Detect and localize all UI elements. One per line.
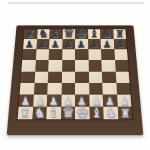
square-b1[interactable]: ♞ [32,107,47,120]
square-g6[interactable] [101,50,115,61]
square-g7[interactable]: ♟ [101,39,114,49]
square-b4[interactable] [34,71,48,82]
square-a4[interactable] [20,71,34,82]
square-h4[interactable] [115,71,129,82]
square-d7[interactable]: ♟ [62,39,75,49]
square-d5[interactable] [62,60,75,71]
square-h5[interactable] [115,60,129,71]
square-e7[interactable]: ♟ [75,39,88,49]
square-g1[interactable]: ♞ [103,107,118,120]
square-f6[interactable] [88,50,101,61]
square-g4[interactable] [102,71,116,82]
square-c5[interactable] [48,60,62,71]
background-wall-edge [8,2,144,4]
square-f1[interactable]: ♝ [89,107,104,120]
square-f7[interactable]: ♟ [88,39,101,49]
square-e5[interactable] [75,60,88,71]
board-grid: ♜♞♝♛♚♝♞♜♟♟♟♟♟♟♟♟♟♟♟♟♟♟♟♟♜♞♝♛♚♝♞♜ [16,28,133,120]
piece-white-bishop[interactable]: ♝ [46,105,60,119]
square-b6[interactable] [35,50,49,61]
piece-white-queen[interactable]: ♛ [61,105,75,119]
piece-black-pawn[interactable]: ♟ [36,37,49,49]
square-h1[interactable]: ♜ [117,107,132,120]
square-a7[interactable]: ♟ [23,39,37,49]
board-frame: ♜♞♝♛♚♝♞♜♟♟♟♟♟♟♟♟♟♟♟♟♟♟♟♟♜♞♝♛♚♝♞♜ [7,25,144,135]
piece-black-pawn[interactable]: ♟ [49,37,62,49]
square-e1[interactable]: ♚ [75,107,89,120]
chess-set-photo: ♜♞♝♛♚♝♞♜♟♟♟♟♟♟♟♟♟♟♟♟♟♟♟♟♜♞♝♛♚♝♞♜ [0,0,150,150]
square-d1[interactable]: ♛ [61,107,75,120]
chess-board: ♜♞♝♛♚♝♞♜♟♟♟♟♟♟♟♟♟♟♟♟♟♟♟♟♜♞♝♛♚♝♞♜ [7,25,144,135]
piece-black-pawn[interactable]: ♟ [62,37,75,49]
square-h6[interactable] [114,50,128,61]
piece-white-knight[interactable]: ♞ [32,105,46,119]
piece-white-rook[interactable]: ♜ [118,105,132,119]
square-a1[interactable]: ♜ [18,107,33,120]
square-e6[interactable] [75,50,88,61]
square-d6[interactable] [62,50,75,61]
piece-white-king[interactable]: ♚ [75,105,89,119]
square-a6[interactable] [22,50,36,61]
square-g5[interactable] [101,60,115,71]
square-c6[interactable] [49,50,62,61]
piece-white-bishop[interactable]: ♝ [89,105,103,119]
square-f4[interactable] [88,71,102,82]
piece-white-knight[interactable]: ♞ [104,105,118,119]
piece-black-pawn[interactable]: ♟ [75,37,88,49]
square-b5[interactable] [35,60,49,71]
square-h7[interactable]: ♟ [113,39,127,49]
square-b7[interactable]: ♟ [36,39,49,49]
square-f5[interactable] [88,60,102,71]
piece-black-pawn[interactable]: ♟ [23,37,36,49]
square-d4[interactable] [61,71,75,82]
square-c1[interactable]: ♝ [46,107,61,120]
square-c4[interactable] [48,71,62,82]
square-a5[interactable] [21,60,35,71]
square-c7[interactable]: ♟ [49,39,62,49]
square-e4[interactable] [75,71,89,82]
piece-black-pawn[interactable]: ♟ [88,37,101,49]
piece-black-pawn[interactable]: ♟ [114,37,127,49]
piece-white-rook[interactable]: ♜ [18,105,32,119]
piece-black-pawn[interactable]: ♟ [101,37,114,49]
